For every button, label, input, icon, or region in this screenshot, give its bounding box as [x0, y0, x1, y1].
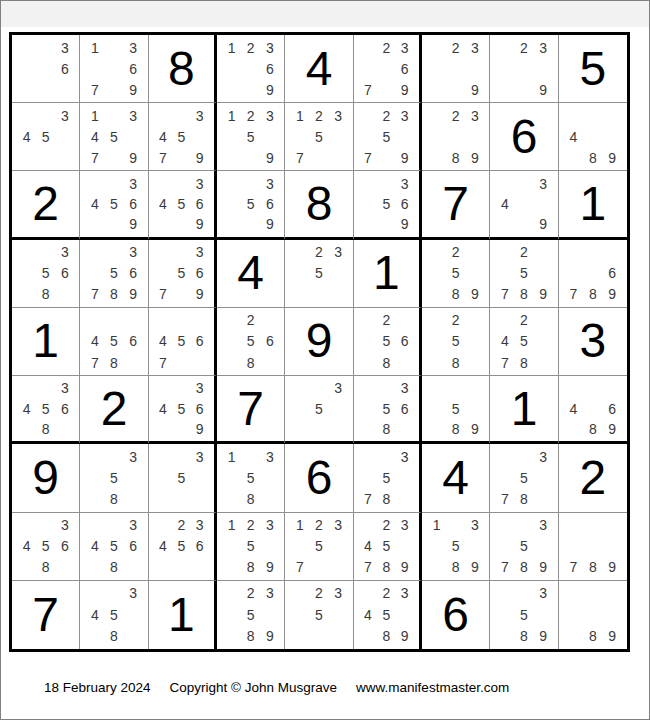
pencil-marks: 45678	[80, 308, 147, 375]
pencil-marks: 35	[285, 376, 352, 441]
pencil-marks: 134579	[80, 103, 147, 170]
cell-r3c4[interactable]: 3569	[217, 171, 285, 239]
pencil-marks: 2589	[422, 240, 489, 307]
cell-r3c1[interactable]: 2	[12, 171, 80, 239]
cell-r1c5[interactable]: 4	[285, 35, 353, 103]
pencil-marks: 89	[559, 581, 627, 649]
cell-r5c9[interactable]: 3	[559, 308, 627, 376]
footer-date: 18 February 2024	[44, 680, 151, 695]
pencil-marks: 2568	[354, 308, 419, 375]
pencil-marks: 345	[12, 103, 79, 170]
cell-r8c3[interactable]: 23456	[149, 513, 217, 581]
pencil-marks: 3589	[490, 581, 557, 649]
cell-r2c1[interactable]: 345	[12, 103, 80, 171]
solved-digit: 9	[306, 317, 333, 365]
cell-r5c8[interactable]: 24578	[490, 308, 558, 376]
cell-r3c6[interactable]: 3569	[354, 171, 422, 239]
solved-digit: 2	[32, 180, 59, 228]
solved-digit: 2	[579, 454, 606, 502]
cell-r9c1[interactable]: 7	[12, 581, 80, 649]
pencil-marks: 3569	[217, 171, 284, 236]
solved-digit: 4	[237, 249, 264, 297]
cell-r4c7[interactable]: 2589	[422, 240, 490, 308]
cell-r8c2[interactable]: 34568	[80, 513, 148, 581]
cell-r1c6[interactable]: 23679	[354, 35, 422, 103]
cell-r9c9[interactable]: 89	[559, 581, 627, 649]
cell-r1c8[interactable]: 239	[490, 35, 558, 103]
solved-digit: 1	[373, 249, 400, 297]
solved-digit: 6	[306, 454, 333, 502]
solved-digit: 6	[442, 591, 469, 639]
pencil-marks: 25789	[490, 240, 557, 307]
cell-r4c8[interactable]: 25789	[490, 240, 558, 308]
cell-r1c2[interactable]: 13679	[80, 35, 148, 103]
cell-r4c4[interactable]: 4	[217, 240, 285, 308]
pencil-marks: 35679	[149, 240, 214, 307]
pencil-marks: 34569	[80, 171, 147, 236]
solved-digit: 8	[168, 45, 195, 93]
cell-r5c7[interactable]: 258	[422, 308, 490, 376]
cell-r7c6[interactable]: 3578	[354, 444, 422, 512]
footer: 18 February 2024 Copyright © John Musgra…	[44, 680, 509, 695]
solved-digit: 8	[306, 180, 333, 228]
cell-r6c2[interactable]: 2	[80, 376, 148, 444]
solved-digit: 6	[511, 113, 538, 161]
pencil-marks: 12357	[285, 103, 352, 170]
solved-digit: 5	[579, 45, 606, 93]
pencil-marks: 358	[80, 444, 147, 511]
pencil-marks: 3568	[354, 376, 419, 441]
cell-r6c9[interactable]: 4689	[559, 376, 627, 444]
cell-r1c9[interactable]: 5	[559, 35, 627, 103]
cell-r2c3[interactable]: 34579	[149, 103, 217, 171]
cell-r9c4[interactable]: 23589	[217, 581, 285, 649]
cell-r2c4[interactable]: 12359	[217, 103, 285, 171]
cell-r9c5[interactable]: 235	[285, 581, 353, 649]
cell-r6c6[interactable]: 3568	[354, 376, 422, 444]
cell-r7c8[interactable]: 3578	[490, 444, 558, 512]
pencil-marks: 234589	[354, 581, 419, 649]
pencil-marks: 35	[149, 444, 214, 511]
pencil-marks: 3578	[354, 444, 419, 511]
cell-r9c8[interactable]: 3589	[490, 581, 558, 649]
cell-r4c9[interactable]: 6789	[559, 240, 627, 308]
pencil-marks: 4567	[149, 308, 214, 375]
pencil-marks: 23579	[354, 103, 419, 170]
footer-website: www.manifestmaster.com	[356, 680, 509, 695]
pencil-marks: 4689	[559, 376, 627, 441]
solved-digit: 4	[306, 45, 333, 93]
cell-r8c8[interactable]: 35789	[490, 513, 558, 581]
cell-r5c2[interactable]: 45678	[80, 308, 148, 376]
cell-r7c3[interactable]: 35	[149, 444, 217, 512]
solved-digit: 1	[579, 180, 606, 228]
cell-r1c1[interactable]: 36	[12, 35, 80, 103]
page: 3613679812369423679239239534513457934579…	[0, 0, 650, 720]
pencil-marks: 34568	[80, 513, 147, 580]
cell-r8c7[interactable]: 13589	[422, 513, 490, 581]
cell-r2c8[interactable]: 6	[490, 103, 558, 171]
cell-r9c7[interactable]: 6	[422, 581, 490, 649]
cell-r3c8[interactable]: 349	[490, 171, 558, 239]
cell-r9c6[interactable]: 234589	[354, 581, 422, 649]
pencil-marks: 1358	[217, 444, 284, 511]
cell-r8c1[interactable]: 34568	[12, 513, 80, 581]
cell-r7c2[interactable]: 358	[80, 444, 148, 512]
pencil-marks: 2568	[217, 308, 284, 375]
header-band	[1, 1, 649, 27]
cell-r3c9[interactable]: 1	[559, 171, 627, 239]
pencil-marks: 35789	[490, 513, 557, 580]
pencil-marks: 13679	[80, 35, 147, 102]
cell-r3c3[interactable]: 34569	[149, 171, 217, 239]
cell-r6c3[interactable]: 34569	[149, 376, 217, 444]
footer-copyright: Copyright © John Musgrave	[170, 680, 338, 695]
solved-digit: 7	[442, 180, 469, 228]
cell-r4c5[interactable]: 235	[285, 240, 353, 308]
pencil-marks: 12369	[217, 35, 284, 102]
cell-r2c2[interactable]: 134579	[80, 103, 148, 171]
cell-r6c7[interactable]: 589	[422, 376, 490, 444]
cell-r8c9[interactable]: 789	[559, 513, 627, 581]
cell-r3c2[interactable]: 34569	[80, 171, 148, 239]
cell-r4c1[interactable]: 3568	[12, 240, 80, 308]
cell-r1c7[interactable]: 239	[422, 35, 490, 103]
pencil-marks: 6789	[559, 240, 627, 307]
pencil-marks: 589	[422, 376, 489, 441]
cell-r2c7[interactable]: 2389	[422, 103, 490, 171]
cell-r1c4[interactable]: 12369	[217, 35, 285, 103]
solved-digit: 9	[32, 454, 59, 502]
pencil-marks: 13589	[422, 513, 489, 580]
sudoku-board: 3613679812369423679239239534513457934579…	[9, 32, 630, 652]
cell-r6c8[interactable]: 1	[490, 376, 558, 444]
pencil-marks: 23456	[149, 513, 214, 580]
cell-r9c2[interactable]: 3458	[80, 581, 148, 649]
pencil-marks: 34579	[149, 103, 214, 170]
solved-digit: 1	[168, 591, 195, 639]
cell-r6c4[interactable]: 7	[217, 376, 285, 444]
cell-r7c9[interactable]: 2	[559, 444, 627, 512]
pencil-marks: 239	[490, 35, 557, 102]
cell-r8c4[interactable]: 123589	[217, 513, 285, 581]
cell-r5c4[interactable]: 2568	[217, 308, 285, 376]
solved-digit: 7	[32, 591, 59, 639]
cell-r2c9[interactable]: 489	[559, 103, 627, 171]
pencil-marks: 36	[12, 35, 79, 102]
cell-r4c2[interactable]: 356789	[80, 240, 148, 308]
cell-r6c5[interactable]: 35	[285, 376, 353, 444]
cell-r9c3[interactable]: 1	[149, 581, 217, 649]
cell-r7c5[interactable]: 6	[285, 444, 353, 512]
pencil-marks: 23679	[354, 35, 419, 102]
pencil-marks: 2345789	[354, 513, 419, 580]
solved-digit: 1	[511, 385, 538, 433]
pencil-marks: 356789	[80, 240, 147, 307]
solved-digit: 2	[101, 385, 128, 433]
cell-r2c6[interactable]: 23579	[354, 103, 422, 171]
cell-r4c6[interactable]: 1	[354, 240, 422, 308]
pencil-marks: 123589	[217, 513, 284, 580]
pencil-marks: 3458	[80, 581, 147, 649]
pencil-marks: 235	[285, 581, 352, 649]
cell-r8c6[interactable]: 2345789	[354, 513, 422, 581]
pencil-marks: 3578	[490, 444, 557, 511]
pencil-marks: 258	[422, 308, 489, 375]
cell-r7c4[interactable]: 1358	[217, 444, 285, 512]
pencil-marks: 34569	[149, 376, 214, 441]
pencil-marks: 3569	[354, 171, 419, 236]
pencil-marks: 23589	[217, 581, 284, 649]
cell-r7c7[interactable]: 4	[422, 444, 490, 512]
cell-r2c5[interactable]: 12357	[285, 103, 353, 171]
cell-r5c6[interactable]: 2568	[354, 308, 422, 376]
cell-r1c3[interactable]: 8	[149, 35, 217, 103]
pencil-marks: 12357	[285, 513, 352, 580]
pencil-marks: 789	[559, 513, 627, 580]
solved-digit: 4	[442, 454, 469, 502]
cell-r7c1[interactable]: 9	[12, 444, 80, 512]
cell-r5c1[interactable]: 1	[12, 308, 80, 376]
cell-r3c7[interactable]: 7	[422, 171, 490, 239]
pencil-marks: 235	[285, 240, 352, 307]
solved-digit: 3	[579, 317, 606, 365]
pencil-marks: 489	[559, 103, 627, 170]
cell-r3c5[interactable]: 8	[285, 171, 353, 239]
cell-r5c3[interactable]: 4567	[149, 308, 217, 376]
pencil-marks: 349	[490, 171, 557, 236]
pencil-marks: 24578	[490, 308, 557, 375]
solved-digit: 1	[32, 317, 59, 365]
cell-r4c3[interactable]: 35679	[149, 240, 217, 308]
pencil-marks: 12359	[217, 103, 284, 170]
pencil-marks: 34568	[12, 376, 79, 441]
pencil-marks: 2389	[422, 103, 489, 170]
cell-r6c1[interactable]: 34568	[12, 376, 80, 444]
cell-r5c5[interactable]: 9	[285, 308, 353, 376]
cell-r8c5[interactable]: 12357	[285, 513, 353, 581]
pencil-marks: 3568	[12, 240, 79, 307]
pencil-marks: 34569	[149, 171, 214, 236]
pencil-marks: 239	[422, 35, 489, 102]
solved-digit: 7	[237, 385, 264, 433]
pencil-marks: 34568	[12, 513, 79, 580]
